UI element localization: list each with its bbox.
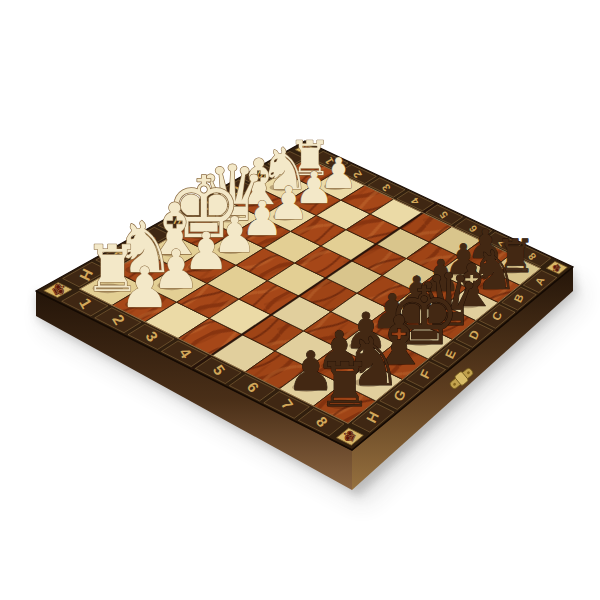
piece-white-pawn-h2[interactable]: ♟ [120,255,170,320]
piece-black-rook-h8[interactable]: ♜ [318,349,373,420]
photo-stage: HH11GG22FF33EE44DD55CC66BB77AA88♚♚♚♚♜♟♞♟… [0,0,600,600]
chessboard-photo: HH11GG22FF33EE44DD55CC66BB77AA88♚♚♚♚♜♟♞♟… [0,0,600,600]
